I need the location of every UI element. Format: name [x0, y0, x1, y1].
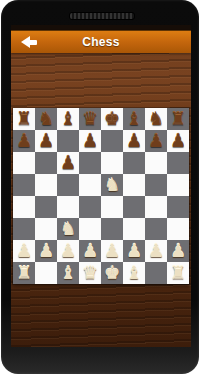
- square-a8[interactable]: ♜: [13, 108, 35, 130]
- speaker-grille-icon: [69, 12, 135, 20]
- square-d1[interactable]: ♛: [79, 262, 101, 284]
- white-pawn: ♟: [101, 240, 123, 262]
- square-a5[interactable]: [13, 174, 35, 196]
- white-rook: ♜: [13, 262, 35, 284]
- white-pawn: ♟: [167, 240, 189, 262]
- black-knight: ♞: [35, 108, 57, 130]
- square-h7[interactable]: ♟: [167, 130, 189, 152]
- square-f6[interactable]: [123, 152, 145, 174]
- square-a3[interactable]: [13, 218, 35, 240]
- white-rook: ♜: [167, 262, 189, 284]
- square-e5[interactable]: ♞: [101, 174, 123, 196]
- square-g1[interactable]: [145, 262, 167, 284]
- white-pawn: ♟: [79, 240, 101, 262]
- chess-board: ♜♞♝♛♚♝♞♜♟♟♟♟♟♟♟♞♞♟♟♟♟♟♟♟♟♜♝♛♚♝♜: [13, 108, 189, 284]
- square-h5[interactable]: [167, 174, 189, 196]
- square-e8[interactable]: ♚: [101, 108, 123, 130]
- square-d8[interactable]: ♛: [79, 108, 101, 130]
- square-b5[interactable]: [35, 174, 57, 196]
- square-c8[interactable]: ♝: [57, 108, 79, 130]
- square-g6[interactable]: [145, 152, 167, 174]
- square-a2[interactable]: ♟: [13, 240, 35, 262]
- square-d6[interactable]: [79, 152, 101, 174]
- phone-frame: Chess ♜♞♝♛♚♝♞♜♟♟♟♟♟♟♟♞♞♟♟♟♟♟♟♟♟♜♝♛♚♝♜: [1, 0, 199, 374]
- black-bishop: ♝: [57, 108, 79, 130]
- square-c6[interactable]: ♟: [57, 152, 79, 174]
- white-bishop: ♝: [123, 262, 145, 284]
- black-knight: ♞: [145, 108, 167, 130]
- square-e4[interactable]: [101, 196, 123, 218]
- black-queen: ♛: [79, 108, 101, 130]
- page-title: Chess: [11, 31, 191, 53]
- square-f8[interactable]: ♝: [123, 108, 145, 130]
- square-c5[interactable]: [57, 174, 79, 196]
- square-d2[interactable]: ♟: [79, 240, 101, 262]
- square-h4[interactable]: [167, 196, 189, 218]
- square-e3[interactable]: [101, 218, 123, 240]
- square-b6[interactable]: [35, 152, 57, 174]
- square-f5[interactable]: [123, 174, 145, 196]
- black-pawn: ♟: [167, 130, 189, 152]
- square-f3[interactable]: [123, 218, 145, 240]
- square-g4[interactable]: [145, 196, 167, 218]
- white-pawn: ♟: [145, 240, 167, 262]
- square-e7[interactable]: [101, 130, 123, 152]
- square-e2[interactable]: ♟: [101, 240, 123, 262]
- square-c4[interactable]: [57, 196, 79, 218]
- square-d7[interactable]: ♟: [79, 130, 101, 152]
- square-c2[interactable]: ♟: [57, 240, 79, 262]
- square-d4[interactable]: [79, 196, 101, 218]
- square-c3[interactable]: ♞: [57, 218, 79, 240]
- square-c7[interactable]: [57, 130, 79, 152]
- square-b4[interactable]: [35, 196, 57, 218]
- app-screen: Chess ♜♞♝♛♚♝♞♜♟♟♟♟♟♟♟♞♞♟♟♟♟♟♟♟♟♜♝♛♚♝♜: [11, 25, 191, 347]
- white-knight: ♞: [57, 218, 79, 240]
- black-bishop: ♝: [123, 108, 145, 130]
- white-pawn: ♟: [57, 240, 79, 262]
- black-pawn: ♟: [57, 152, 79, 174]
- square-a7[interactable]: ♟: [13, 130, 35, 152]
- square-h2[interactable]: ♟: [167, 240, 189, 262]
- black-rook: ♜: [13, 108, 35, 130]
- square-g5[interactable]: [145, 174, 167, 196]
- white-queen: ♛: [79, 262, 101, 284]
- square-f1[interactable]: ♝: [123, 262, 145, 284]
- square-b2[interactable]: ♟: [35, 240, 57, 262]
- square-d5[interactable]: [79, 174, 101, 196]
- square-f4[interactable]: [123, 196, 145, 218]
- square-h3[interactable]: [167, 218, 189, 240]
- square-g2[interactable]: ♟: [145, 240, 167, 262]
- square-g7[interactable]: ♟: [145, 130, 167, 152]
- square-c1[interactable]: ♝: [57, 262, 79, 284]
- square-f2[interactable]: ♟: [123, 240, 145, 262]
- black-pawn: ♟: [123, 130, 145, 152]
- square-a4[interactable]: [13, 196, 35, 218]
- white-pawn: ♟: [35, 240, 57, 262]
- square-b1[interactable]: [35, 262, 57, 284]
- square-e1[interactable]: ♚: [101, 262, 123, 284]
- square-a1[interactable]: ♜: [13, 262, 35, 284]
- black-king: ♚: [101, 108, 123, 130]
- square-b3[interactable]: [35, 218, 57, 240]
- black-rook: ♜: [167, 108, 189, 130]
- screenshot-canvas: Chess ♜♞♝♛♚♝♞♜♟♟♟♟♟♟♟♞♞♟♟♟♟♟♟♟♟♜♝♛♚♝♜: [0, 0, 200, 374]
- square-h6[interactable]: [167, 152, 189, 174]
- square-f7[interactable]: ♟: [123, 130, 145, 152]
- square-e6[interactable]: [101, 152, 123, 174]
- black-pawn: ♟: [145, 130, 167, 152]
- square-g8[interactable]: ♞: [145, 108, 167, 130]
- black-pawn: ♟: [79, 130, 101, 152]
- square-b8[interactable]: ♞: [35, 108, 57, 130]
- white-pawn: ♟: [13, 240, 35, 262]
- app-header: Chess: [11, 30, 191, 53]
- square-d3[interactable]: [79, 218, 101, 240]
- black-pawn: ♟: [35, 130, 57, 152]
- square-h8[interactable]: ♜: [167, 108, 189, 130]
- white-knight: ♞: [101, 174, 123, 196]
- white-pawn: ♟: [123, 240, 145, 262]
- square-a6[interactable]: [13, 152, 35, 174]
- white-king: ♚: [101, 262, 123, 284]
- square-b7[interactable]: ♟: [35, 130, 57, 152]
- square-g3[interactable]: [145, 218, 167, 240]
- square-h1[interactable]: ♜: [167, 262, 189, 284]
- white-bishop: ♝: [57, 262, 79, 284]
- black-pawn: ♟: [13, 130, 35, 152]
